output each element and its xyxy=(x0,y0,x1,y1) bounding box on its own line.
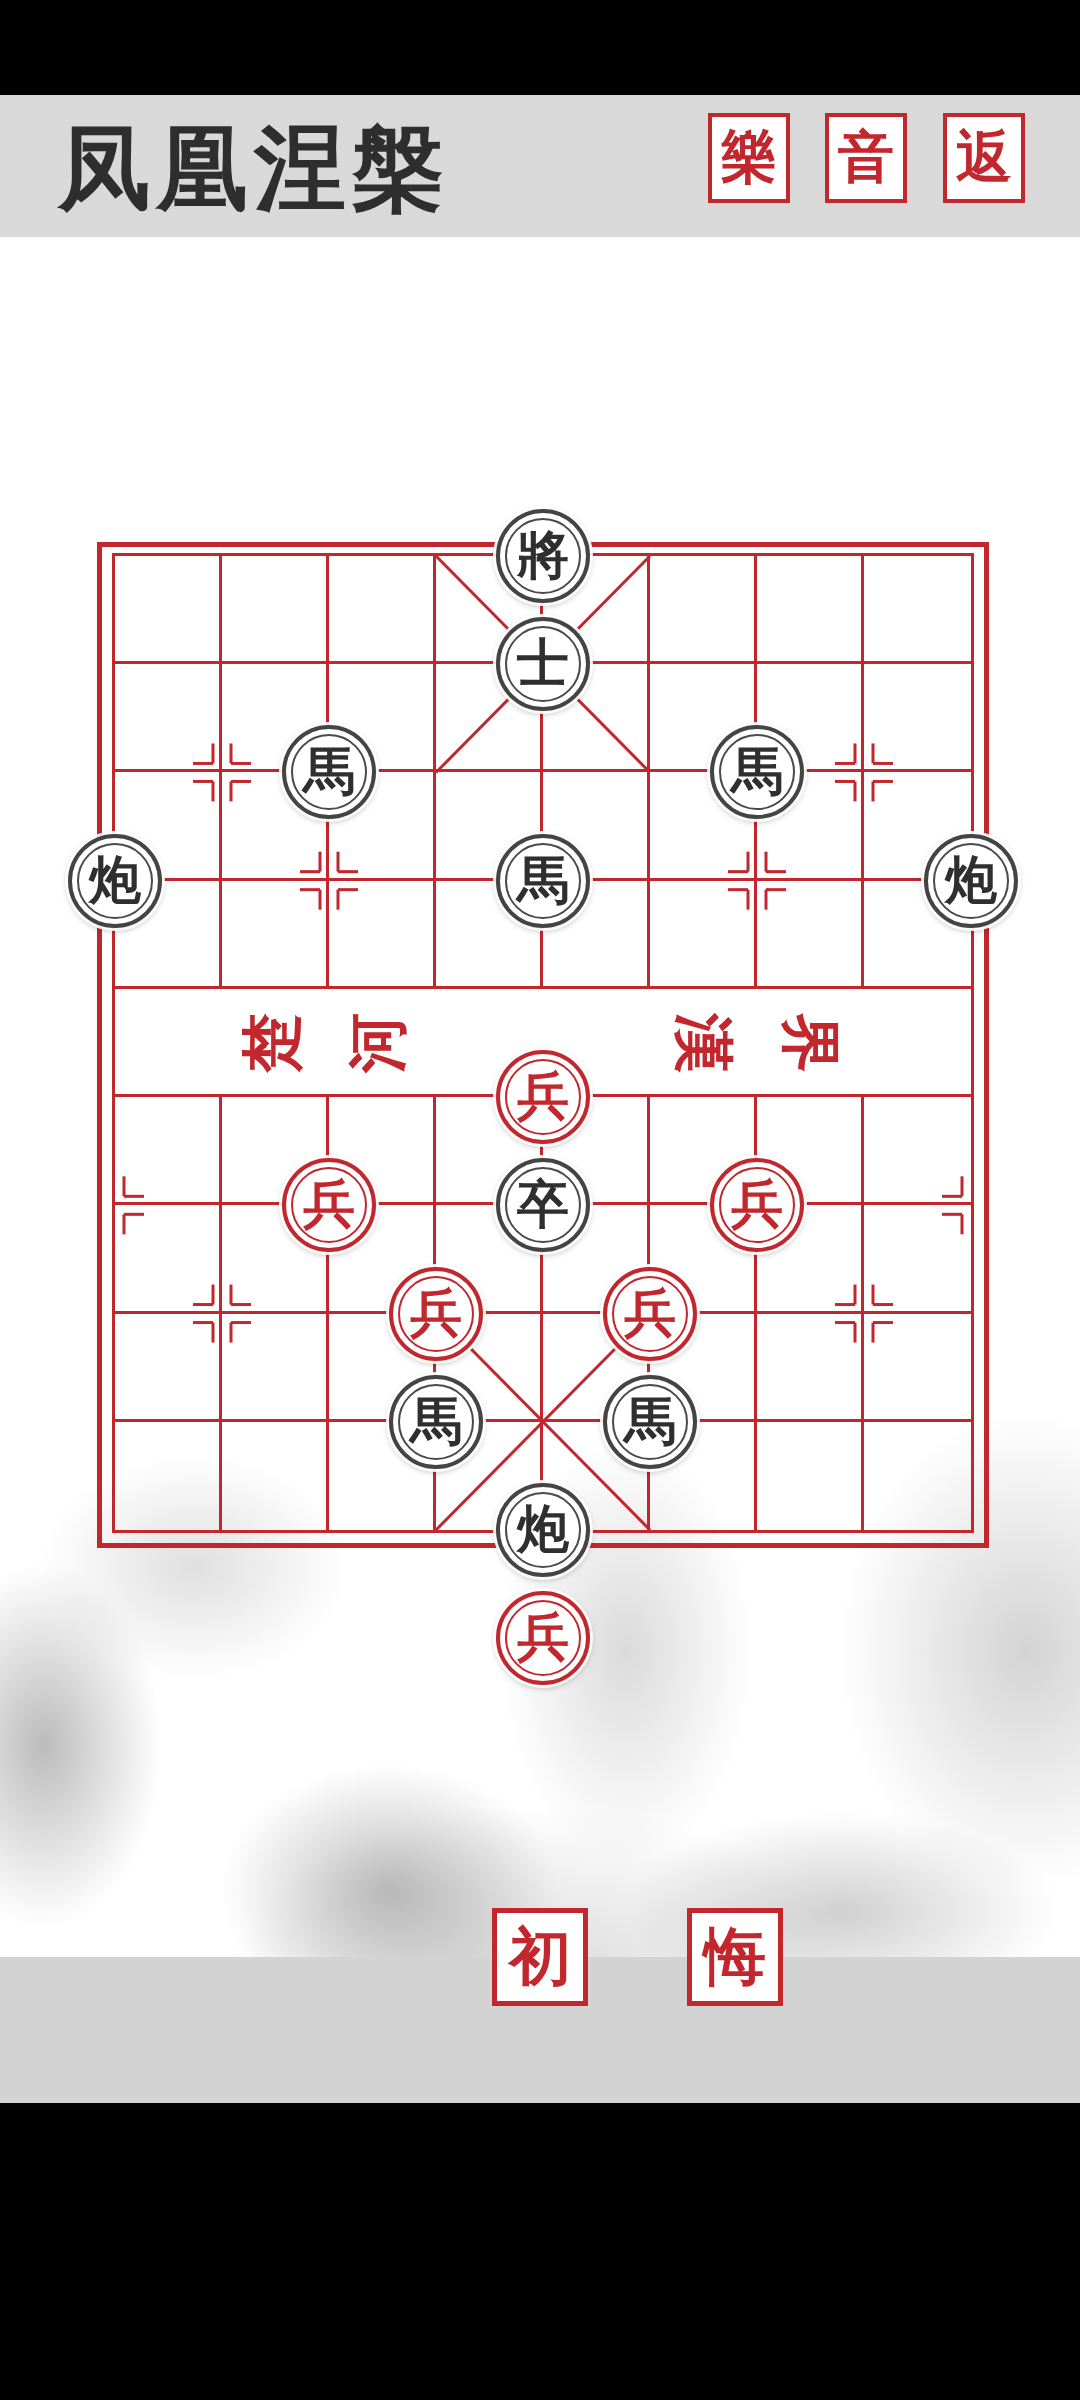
piece-black-炮[interactable]: 炮 xyxy=(496,1483,590,1577)
bottom-nav-bar xyxy=(0,2103,1080,2400)
page-title: 凤凰涅槃 xyxy=(58,95,450,237)
header: 凤凰涅槃 樂 音 返 xyxy=(0,95,1080,237)
piece-glyph: 馬 xyxy=(624,1396,676,1448)
piece-glyph: 炮 xyxy=(89,855,141,907)
piece-red-兵[interactable]: 兵 xyxy=(496,1050,590,1144)
piece-glyph: 兵 xyxy=(624,1288,676,1340)
piece-black-將[interactable]: 將 xyxy=(496,509,590,603)
sound-button[interactable]: 音 xyxy=(825,113,907,203)
piece-black-炮[interactable]: 炮 xyxy=(68,834,162,928)
piece-black-炮[interactable]: 炮 xyxy=(924,834,1018,928)
river-label-char: 河 xyxy=(343,1008,413,1078)
piece-glyph: 士 xyxy=(517,638,569,690)
river-label-char: 界 xyxy=(775,1008,845,1078)
piece-glyph: 將 xyxy=(517,530,569,582)
app-screen: 凤凰涅槃 樂 音 返 楚河漢界 將士馬馬炮馬炮兵兵卒兵兵兵馬馬炮兵 初 悔 xyxy=(0,0,1080,2400)
music-button[interactable]: 樂 xyxy=(708,113,790,203)
piece-glyph: 兵 xyxy=(410,1288,462,1340)
piece-black-馬[interactable]: 馬 xyxy=(389,1375,483,1469)
piece-black-馬[interactable]: 馬 xyxy=(496,834,590,928)
piece-black-馬[interactable]: 馬 xyxy=(603,1375,697,1469)
back-button[interactable]: 返 xyxy=(943,113,1025,203)
piece-red-兵[interactable]: 兵 xyxy=(710,1158,804,1252)
piece-red-兵[interactable]: 兵 xyxy=(282,1158,376,1252)
piece-glyph: 兵 xyxy=(731,1179,783,1231)
piece-red-兵-offboard[interactable]: 兵 xyxy=(496,1591,590,1685)
undo-button[interactable]: 悔 xyxy=(687,1908,783,2006)
piece-glyph: 炮 xyxy=(945,855,997,907)
piece-glyph: 馬 xyxy=(517,855,569,907)
piece-glyph: 炮 xyxy=(517,1504,569,1556)
piece-glyph: 兵 xyxy=(517,1071,569,1123)
river-label-char: 楚 xyxy=(237,1008,307,1078)
piece-red-兵[interactable]: 兵 xyxy=(603,1267,697,1361)
status-bar xyxy=(0,0,1080,95)
piece-glyph: 馬 xyxy=(303,746,355,798)
piece-glyph: 馬 xyxy=(410,1396,462,1448)
river-label-char: 漢 xyxy=(668,1008,738,1078)
piece-glyph: 馬 xyxy=(731,746,783,798)
piece-glyph: 卒 xyxy=(517,1179,569,1231)
piece-red-兵[interactable]: 兵 xyxy=(389,1267,483,1361)
piece-glyph: 兵 xyxy=(517,1612,569,1664)
piece-black-士[interactable]: 士 xyxy=(496,617,590,711)
piece-black-卒[interactable]: 卒 xyxy=(496,1158,590,1252)
piece-glyph: 兵 xyxy=(303,1179,355,1231)
restart-button[interactable]: 初 xyxy=(492,1908,588,2006)
piece-black-馬[interactable]: 馬 xyxy=(710,725,804,819)
piece-black-馬[interactable]: 馬 xyxy=(282,725,376,819)
